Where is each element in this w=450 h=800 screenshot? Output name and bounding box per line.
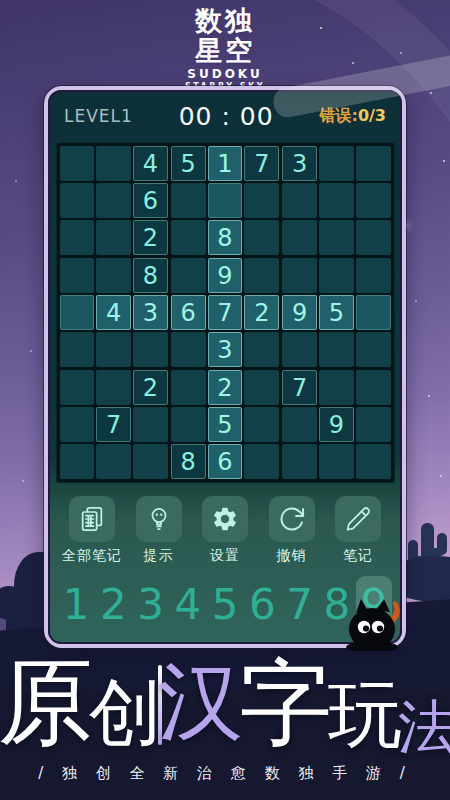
sudoku-cell-r5c7[interactable]: 9	[282, 295, 317, 330]
logo-subtitle-en: SUDOKU	[0, 67, 450, 81]
sudoku-cell-r7c3[interactable]: 2	[133, 370, 168, 405]
sudoku-cell-r4c8[interactable]	[319, 258, 354, 293]
sudoku-cell-r8c2[interactable]: 7	[96, 407, 131, 442]
sudoku-cell-r1c2[interactable]	[96, 146, 131, 181]
sudoku-cell-r6c6[interactable]	[244, 332, 279, 367]
sudoku-cell-r9c5[interactable]: 6	[208, 444, 243, 479]
logo-line1: 数独	[0, 6, 450, 36]
sudoku-cell-r3c4[interactable]	[171, 220, 206, 255]
sudoku-cell-r7c1[interactable]	[60, 370, 95, 405]
toolbar: 全部笔记 提示 设置	[50, 496, 400, 565]
sudoku-cell-r3c2[interactable]	[96, 220, 131, 255]
headline-char-5: 玩	[328, 666, 402, 766]
headline-char-1: 原	[0, 640, 93, 768]
sudoku-cell-r4c6[interactable]	[244, 258, 279, 293]
notes-button[interactable]: 笔记	[326, 496, 390, 565]
sudoku-cell-r1c3[interactable]: 4	[133, 146, 168, 181]
hint-bulb-icon	[136, 496, 182, 542]
sudoku-box-1: 462	[60, 146, 168, 255]
sudoku-cell-r3c3[interactable]: 2	[133, 220, 168, 255]
headline-char-4: 字	[239, 641, 332, 767]
sudoku-cell-r6c8[interactable]	[319, 332, 354, 367]
sudoku-cell-r5c9[interactable]	[356, 295, 391, 330]
sudoku-cell-r9c6[interactable]	[244, 444, 279, 479]
number-key-3[interactable]: 3	[133, 576, 169, 632]
sudoku-cell-r6c4[interactable]	[171, 332, 206, 367]
notes-pencil-icon	[335, 496, 381, 542]
sudoku-cell-r3c5[interactable]: 8	[208, 220, 243, 255]
sudoku-cell-r1c9[interactable]	[356, 146, 391, 181]
sudoku-cell-r6c5[interactable]: 3	[208, 332, 243, 367]
sudoku-box-2: 5178	[171, 146, 279, 255]
sudoku-cell-r6c2[interactable]	[96, 332, 131, 367]
all-notes-button[interactable]: 全部笔记	[60, 496, 124, 565]
sudoku-cell-r9c8[interactable]	[319, 444, 354, 479]
sudoku-cell-r7c5[interactable]: 2	[208, 370, 243, 405]
level-label: LEVEL1	[64, 106, 133, 126]
logo-line2: 星空	[0, 36, 450, 66]
sudoku-cell-r1c8[interactable]	[319, 146, 354, 181]
sudoku-cell-r3c9[interactable]	[356, 220, 391, 255]
settings-button[interactable]: 设置	[193, 496, 257, 565]
sudoku-cell-r9c9[interactable]	[356, 444, 391, 479]
sudoku-cell-r5c1[interactable]	[60, 295, 95, 330]
sudoku-box-3: 3	[282, 146, 390, 255]
black-cat-mascot	[344, 597, 404, 651]
sudoku-cell-r9c2[interactable]	[96, 444, 131, 479]
sudoku-cell-r3c6[interactable]	[244, 220, 279, 255]
game-header: LEVEL1 00 : 00 错误:0/3	[50, 92, 400, 140]
sudoku-cell-r5c4[interactable]: 6	[171, 295, 206, 330]
sudoku-cell-r2c5[interactable]	[208, 183, 243, 218]
sudoku-cell-r4c4[interactable]	[171, 258, 206, 293]
promo-tagline: / 独 创 全 新 治 愈 数 独 手 游 /	[0, 764, 450, 783]
sudoku-cell-r2c3[interactable]: 6	[133, 183, 168, 218]
undo-icon	[269, 496, 315, 542]
sudoku-cell-r5c8[interactable]: 5	[319, 295, 354, 330]
settings-gear-icon	[202, 496, 248, 542]
sudoku-cell-r1c6[interactable]: 7	[244, 146, 279, 181]
headline-char-3: 汉	[158, 645, 243, 760]
sudoku-box-4: 843	[60, 258, 168, 367]
sudoku-cell-r8c3[interactable]	[133, 407, 168, 442]
sudoku-cell-r7c2[interactable]	[96, 370, 131, 405]
sudoku-cell-r2c6[interactable]	[244, 183, 279, 218]
sudoku-cell-r8c4[interactable]	[171, 407, 206, 442]
app-logo: 数独 星空 SUDOKU STARRY SKY	[0, 6, 450, 91]
sudoku-cell-r5c6[interactable]: 2	[244, 295, 279, 330]
number-key-7[interactable]: 7	[282, 576, 318, 632]
sudoku-cell-r8c6[interactable]	[244, 407, 279, 442]
sudoku-cell-r2c2[interactable]	[96, 183, 131, 218]
cactus-right-arm-joint	[431, 548, 443, 556]
sudoku-box-5: 96723	[171, 258, 279, 367]
sudoku-cell-r7c8[interactable]	[319, 370, 354, 405]
all-notes-icon	[69, 496, 115, 542]
hint-button[interactable]: 提示	[127, 496, 191, 565]
sudoku-cell-r7c9[interactable]	[356, 370, 391, 405]
sudoku-cell-r8c8[interactable]: 9	[319, 407, 354, 442]
sudoku-cell-r9c4[interactable]: 8	[171, 444, 206, 479]
sudoku-cell-r3c7[interactable]	[282, 220, 317, 255]
sudoku-cell-r6c7[interactable]	[282, 332, 317, 367]
headline-char-2: 创	[89, 665, 162, 764]
game-panel: LEVEL1 00 : 00 错误:0/3 462517838439672395…	[44, 86, 406, 648]
sudoku-cell-r9c3[interactable]	[133, 444, 168, 479]
sudoku-cell-r6c1[interactable]	[60, 332, 95, 367]
sudoku-cell-r8c5[interactable]: 5	[208, 407, 243, 442]
sudoku-cell-r9c1[interactable]	[60, 444, 95, 479]
hint-label: 提示	[144, 547, 174, 565]
sudoku-grid: 46251783843967239527258679	[56, 142, 395, 483]
game-panel-inner: LEVEL1 00 : 00 错误:0/3 462517838439672395…	[48, 90, 402, 644]
sudoku-box-7: 27	[60, 370, 168, 479]
timer-display: 00 : 00	[179, 102, 274, 131]
headline-char-6: 法	[398, 689, 450, 767]
sudoku-cell-r3c1[interactable]	[60, 220, 95, 255]
notes-label: 笔记	[343, 547, 373, 565]
error-counter: 错误:0/3	[319, 106, 386, 127]
sudoku-cell-r2c8[interactable]	[319, 183, 354, 218]
sudoku-cell-r6c9[interactable]	[356, 332, 391, 367]
sudoku-cell-r6c3[interactable]	[133, 332, 168, 367]
error-label: 错误:	[319, 106, 357, 125]
sudoku-cell-r8c7[interactable]	[282, 407, 317, 442]
number-key-1[interactable]: 1	[58, 576, 94, 632]
undo-label: 撤销	[277, 547, 307, 565]
number-key-5[interactable]: 5	[207, 576, 243, 632]
sudoku-cell-r4c7[interactable]	[282, 258, 317, 293]
sudoku-cell-r2c7[interactable]	[282, 183, 317, 218]
sudoku-box-9: 79	[282, 370, 390, 479]
sudoku-cell-r2c1[interactable]	[60, 183, 95, 218]
number-key-2[interactable]: 2	[95, 576, 131, 632]
sudoku-cell-r5c5[interactable]: 7	[208, 295, 243, 330]
sudoku-box-8: 2586	[171, 370, 279, 479]
sudoku-cell-r4c5[interactable]: 9	[208, 258, 243, 293]
sudoku-cell-r9c7[interactable]	[282, 444, 317, 479]
sudoku-cell-r3c8[interactable]	[319, 220, 354, 255]
sudoku-box-6: 95	[282, 258, 390, 367]
sudoku-cell-r1c1[interactable]	[60, 146, 95, 181]
sudoku-cell-r1c5[interactable]: 1	[208, 146, 243, 181]
sudoku-cell-r2c4[interactable]	[171, 183, 206, 218]
sudoku-cell-r5c2[interactable]: 4	[96, 295, 131, 330]
sudoku-cell-r5c3[interactable]: 3	[133, 295, 168, 330]
settings-label: 设置	[210, 547, 240, 565]
sudoku-cell-r4c9[interactable]	[356, 258, 391, 293]
sudoku-cell-r1c4[interactable]: 5	[171, 146, 206, 181]
sudoku-cell-r4c1[interactable]	[60, 258, 95, 293]
sudoku-cell-r8c9[interactable]	[356, 407, 391, 442]
number-key-4[interactable]: 4	[170, 576, 206, 632]
undo-button[interactable]: 撤销	[260, 496, 324, 565]
all-notes-label: 全部笔记	[62, 547, 122, 565]
sudoku-cell-r7c4[interactable]	[171, 370, 206, 405]
sudoku-cell-r4c3[interactable]: 8	[133, 258, 168, 293]
sudoku-cell-r2c9[interactable]	[356, 183, 391, 218]
sudoku-cell-r8c1[interactable]	[60, 407, 95, 442]
sudoku-cell-r4c2[interactable]	[96, 258, 131, 293]
sudoku-cell-r1c7[interactable]: 3	[282, 146, 317, 181]
promo-headline: 原创汉字玩法	[0, 640, 450, 768]
error-value: 0/3	[358, 106, 386, 125]
number-key-6[interactable]: 6	[244, 576, 280, 632]
sudoku-cell-r7c6[interactable]	[244, 370, 279, 405]
sudoku-cell-r7c7[interactable]: 7	[282, 370, 317, 405]
